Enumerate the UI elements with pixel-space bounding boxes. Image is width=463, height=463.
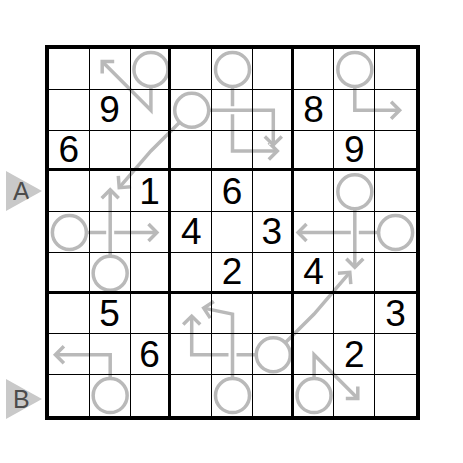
cell-r1c6[interactable]: [253, 49, 294, 90]
cell-r1c4[interactable]: [171, 49, 212, 90]
cell-r1c1[interactable]: [49, 49, 90, 90]
cell-r8c2[interactable]: [90, 334, 131, 375]
cell-r6c2[interactable]: [90, 253, 131, 294]
cell-r1c3[interactable]: [131, 49, 172, 90]
cell-r4c9[interactable]: [375, 171, 416, 212]
cell-r5c2[interactable]: [90, 212, 131, 253]
cell-r9c7[interactable]: [294, 375, 335, 416]
cell-r2c1[interactable]: [49, 90, 90, 131]
given-digit: 4: [303, 253, 324, 290]
answer-marker-label: A: [6, 179, 30, 204]
cell-r1c9[interactable]: [375, 49, 416, 90]
cell-r8c8[interactable]: 2: [334, 334, 375, 375]
cell-r2c6[interactable]: [253, 90, 294, 131]
cell-r2c8[interactable]: [334, 90, 375, 131]
cell-r6c1[interactable]: [49, 253, 90, 294]
cell-r2c5[interactable]: [212, 90, 253, 131]
cell-r6c5[interactable]: 2: [212, 253, 253, 294]
given-digit: 2: [222, 253, 243, 290]
cell-r4c4[interactable]: [171, 171, 212, 212]
cell-r5c6[interactable]: 3: [253, 212, 294, 253]
cell-r1c8[interactable]: [334, 49, 375, 90]
cell-r3c3[interactable]: [131, 131, 172, 172]
given-digit: 3: [261, 213, 282, 250]
cell-r3c8[interactable]: 9: [334, 131, 375, 172]
cell-r7c4[interactable]: [171, 294, 212, 335]
cell-r4c3[interactable]: 1: [131, 171, 172, 212]
cell-r1c2[interactable]: [90, 49, 131, 90]
cell-r2c2[interactable]: 9: [90, 90, 131, 131]
cell-r9c2[interactable]: [90, 375, 131, 416]
cell-r2c4[interactable]: [171, 90, 212, 131]
answer-marker-label: B: [6, 387, 30, 412]
cell-r5c3[interactable]: [131, 212, 172, 253]
cell-r7c9[interactable]: 3: [375, 294, 416, 335]
cell-r1c5[interactable]: [212, 49, 253, 90]
given-digit: 2: [344, 336, 365, 373]
cell-r9c4[interactable]: [171, 375, 212, 416]
cell-r2c7[interactable]: 8: [294, 90, 335, 131]
cell-r5c7[interactable]: [294, 212, 335, 253]
cell-r8c6[interactable]: [253, 334, 294, 375]
cell-r3c9[interactable]: [375, 131, 416, 172]
cell-r4c1[interactable]: [49, 171, 90, 212]
cell-r3c2[interactable]: [90, 131, 131, 172]
cell-r9c1[interactable]: [49, 375, 90, 416]
cell-r3c6[interactable]: [253, 131, 294, 172]
cell-r7c6[interactable]: [253, 294, 294, 335]
cell-r3c5[interactable]: [212, 131, 253, 172]
cell-r6c9[interactable]: [375, 253, 416, 294]
answer-marker-b: B: [6, 379, 42, 419]
cell-r5c1[interactable]: [49, 212, 90, 253]
cell-r2c3[interactable]: [131, 90, 172, 131]
cell-r7c7[interactable]: [294, 294, 335, 335]
cell-r5c4[interactable]: 4: [171, 212, 212, 253]
cell-r8c3[interactable]: 6: [131, 334, 172, 375]
cell-grid: 98691643245362: [49, 49, 416, 416]
cell-r3c1[interactable]: 6: [49, 131, 90, 172]
given-digit: 9: [99, 91, 120, 128]
cell-r5c8[interactable]: [334, 212, 375, 253]
cell-r6c3[interactable]: [131, 253, 172, 294]
cell-r3c4[interactable]: [171, 131, 212, 172]
given-digit: 4: [181, 213, 202, 250]
cell-r9c8[interactable]: [334, 375, 375, 416]
cell-r6c4[interactable]: [171, 253, 212, 294]
cell-r4c2[interactable]: [90, 171, 131, 212]
given-digit: 3: [385, 295, 406, 332]
cell-r5c9[interactable]: [375, 212, 416, 253]
cell-r4c7[interactable]: [294, 171, 335, 212]
cell-r3c7[interactable]: [294, 131, 335, 172]
given-digit: 6: [59, 131, 80, 168]
cell-r8c7[interactable]: [294, 334, 335, 375]
cell-r6c7[interactable]: 4: [294, 253, 335, 294]
cell-r7c8[interactable]: [334, 294, 375, 335]
cell-r4c5[interactable]: 6: [212, 171, 253, 212]
cell-r8c9[interactable]: [375, 334, 416, 375]
cell-r9c3[interactable]: [131, 375, 172, 416]
cell-r5c5[interactable]: [212, 212, 253, 253]
cell-r8c4[interactable]: [171, 334, 212, 375]
cell-r9c9[interactable]: [375, 375, 416, 416]
answer-marker-a: A: [6, 171, 42, 211]
cell-r2c9[interactable]: [375, 90, 416, 131]
given-digit: 1: [139, 173, 160, 210]
cell-r8c1[interactable]: [49, 334, 90, 375]
given-digit: 6: [222, 173, 243, 210]
given-digit: 8: [303, 91, 324, 128]
cell-r7c2[interactable]: 5: [90, 294, 131, 335]
cell-r6c8[interactable]: [334, 253, 375, 294]
cell-r9c5[interactable]: [212, 375, 253, 416]
cell-r4c8[interactable]: [334, 171, 375, 212]
cell-r7c3[interactable]: [131, 294, 172, 335]
puzzle-page: { "game": "arrow-sudoku", "board": { "si…: [0, 0, 463, 463]
sudoku-board: 98691643245362: [45, 45, 420, 420]
cell-r8c5[interactable]: [212, 334, 253, 375]
given-digit: 5: [99, 295, 120, 332]
given-digit: 6: [139, 336, 160, 373]
cell-r1c7[interactable]: [294, 49, 335, 90]
cell-r7c5[interactable]: [212, 294, 253, 335]
given-digit: 9: [344, 131, 365, 168]
cell-r6c6[interactable]: [253, 253, 294, 294]
cell-r9c6[interactable]: [253, 375, 294, 416]
cell-r4c6[interactable]: [253, 171, 294, 212]
cell-r7c1[interactable]: [49, 294, 90, 335]
